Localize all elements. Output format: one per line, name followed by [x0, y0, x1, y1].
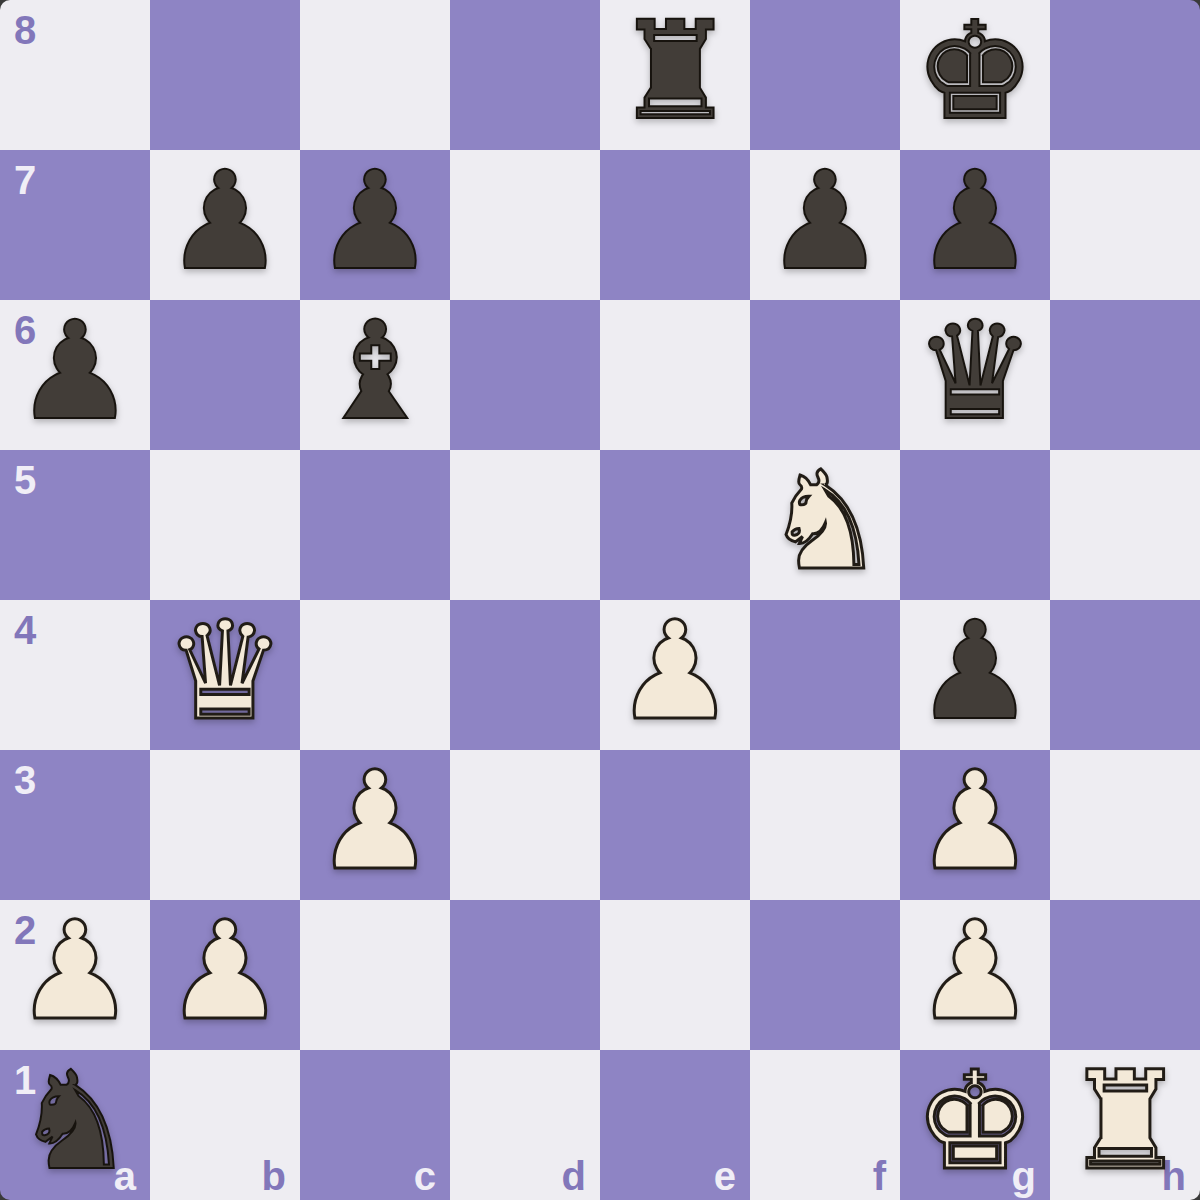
- square-g3[interactable]: ♟: [900, 750, 1050, 900]
- black-king-piece[interactable]: ♚: [914, 3, 1036, 139]
- square-h4[interactable]: [1050, 600, 1200, 750]
- black-pawn-piece[interactable]: ♟: [314, 153, 436, 289]
- square-f3[interactable]: [750, 750, 900, 900]
- rank-label-4: 4: [14, 610, 36, 650]
- white-pawn-piece[interactable]: ♟: [614, 603, 736, 739]
- square-g1[interactable]: g♚: [900, 1050, 1050, 1200]
- square-c2[interactable]: [300, 900, 450, 1050]
- file-label-c: c: [414, 1156, 436, 1196]
- square-d7[interactable]: [450, 150, 600, 300]
- square-b2[interactable]: ♟: [150, 900, 300, 1050]
- square-b3[interactable]: [150, 750, 300, 900]
- square-a8[interactable]: 8: [0, 0, 150, 150]
- square-d6[interactable]: [450, 300, 600, 450]
- square-h2[interactable]: [1050, 900, 1200, 1050]
- white-pawn-piece[interactable]: ♟: [914, 753, 1036, 889]
- square-b4[interactable]: ♛: [150, 600, 300, 750]
- square-c1[interactable]: c: [300, 1050, 450, 1200]
- white-pawn-piece[interactable]: ♟: [914, 903, 1036, 1039]
- chess-board: 8♜♚7♟♟♟♟6♟♝♛5♞4♛♟♟3♟♟2♟♟♟1a♞bcdefg♚h♜: [0, 0, 1200, 1200]
- square-e1[interactable]: e: [600, 1050, 750, 1200]
- square-e5[interactable]: [600, 450, 750, 600]
- black-queen-piece[interactable]: ♛: [914, 303, 1036, 439]
- white-pawn-piece[interactable]: ♟: [164, 903, 286, 1039]
- square-h3[interactable]: [1050, 750, 1200, 900]
- file-label-b: b: [262, 1156, 286, 1196]
- black-rook-piece[interactable]: ♜: [614, 3, 736, 139]
- black-pawn-piece[interactable]: ♟: [914, 603, 1036, 739]
- square-c6[interactable]: ♝: [300, 300, 450, 450]
- square-c7[interactable]: ♟: [300, 150, 450, 300]
- white-king-piece[interactable]: ♚: [914, 1053, 1036, 1189]
- square-f8[interactable]: [750, 0, 900, 150]
- square-g5[interactable]: [900, 450, 1050, 600]
- square-a2[interactable]: 2♟: [0, 900, 150, 1050]
- square-h8[interactable]: [1050, 0, 1200, 150]
- square-a4[interactable]: 4: [0, 600, 150, 750]
- square-h7[interactable]: [1050, 150, 1200, 300]
- white-knight-piece[interactable]: ♞: [764, 453, 886, 589]
- square-b5[interactable]: [150, 450, 300, 600]
- square-h1[interactable]: h♜: [1050, 1050, 1200, 1200]
- square-d2[interactable]: [450, 900, 600, 1050]
- square-c4[interactable]: [300, 600, 450, 750]
- square-e3[interactable]: [600, 750, 750, 900]
- rank-label-8: 8: [14, 10, 36, 50]
- rank-label-3: 3: [14, 760, 36, 800]
- rank-label-5: 5: [14, 460, 36, 500]
- square-g8[interactable]: ♚: [900, 0, 1050, 150]
- square-c5[interactable]: [300, 450, 450, 600]
- square-a7[interactable]: 7: [0, 150, 150, 300]
- square-e4[interactable]: ♟: [600, 600, 750, 750]
- square-d8[interactable]: [450, 0, 600, 150]
- black-knight-piece[interactable]: ♞: [14, 1053, 136, 1189]
- square-h6[interactable]: [1050, 300, 1200, 450]
- square-f4[interactable]: [750, 600, 900, 750]
- square-f6[interactable]: [750, 300, 900, 450]
- file-label-e: e: [714, 1156, 736, 1196]
- square-d4[interactable]: [450, 600, 600, 750]
- square-g7[interactable]: ♟: [900, 150, 1050, 300]
- black-pawn-piece[interactable]: ♟: [914, 153, 1036, 289]
- square-a1[interactable]: 1a♞: [0, 1050, 150, 1200]
- square-a6[interactable]: 6♟: [0, 300, 150, 450]
- black-bishop-piece[interactable]: ♝: [314, 303, 436, 439]
- square-f1[interactable]: f: [750, 1050, 900, 1200]
- square-e7[interactable]: [600, 150, 750, 300]
- square-a5[interactable]: 5: [0, 450, 150, 600]
- white-pawn-piece[interactable]: ♟: [314, 753, 436, 889]
- square-d1[interactable]: d: [450, 1050, 600, 1200]
- square-c3[interactable]: ♟: [300, 750, 450, 900]
- black-pawn-piece[interactable]: ♟: [164, 153, 286, 289]
- square-d3[interactable]: [450, 750, 600, 900]
- square-b6[interactable]: [150, 300, 300, 450]
- square-c8[interactable]: [300, 0, 450, 150]
- black-pawn-piece[interactable]: ♟: [14, 303, 136, 439]
- rank-label-7: 7: [14, 160, 36, 200]
- square-e2[interactable]: [600, 900, 750, 1050]
- black-pawn-piece[interactable]: ♟: [764, 153, 886, 289]
- square-g4[interactable]: ♟: [900, 600, 1050, 750]
- square-g6[interactable]: ♛: [900, 300, 1050, 450]
- square-f7[interactable]: ♟: [750, 150, 900, 300]
- square-f5[interactable]: ♞: [750, 450, 900, 600]
- file-label-d: d: [562, 1156, 586, 1196]
- square-e8[interactable]: ♜: [600, 0, 750, 150]
- white-queen-piece[interactable]: ♛: [164, 603, 286, 739]
- square-a3[interactable]: 3: [0, 750, 150, 900]
- square-g2[interactable]: ♟: [900, 900, 1050, 1050]
- square-h5[interactable]: [1050, 450, 1200, 600]
- square-b8[interactable]: [150, 0, 300, 150]
- square-f2[interactable]: [750, 900, 900, 1050]
- square-e6[interactable]: [600, 300, 750, 450]
- square-d5[interactable]: [450, 450, 600, 600]
- file-label-f: f: [873, 1156, 886, 1196]
- square-b7[interactable]: ♟: [150, 150, 300, 300]
- white-pawn-piece[interactable]: ♟: [14, 903, 136, 1039]
- white-rook-piece[interactable]: ♜: [1064, 1053, 1186, 1189]
- square-b1[interactable]: b: [150, 1050, 300, 1200]
